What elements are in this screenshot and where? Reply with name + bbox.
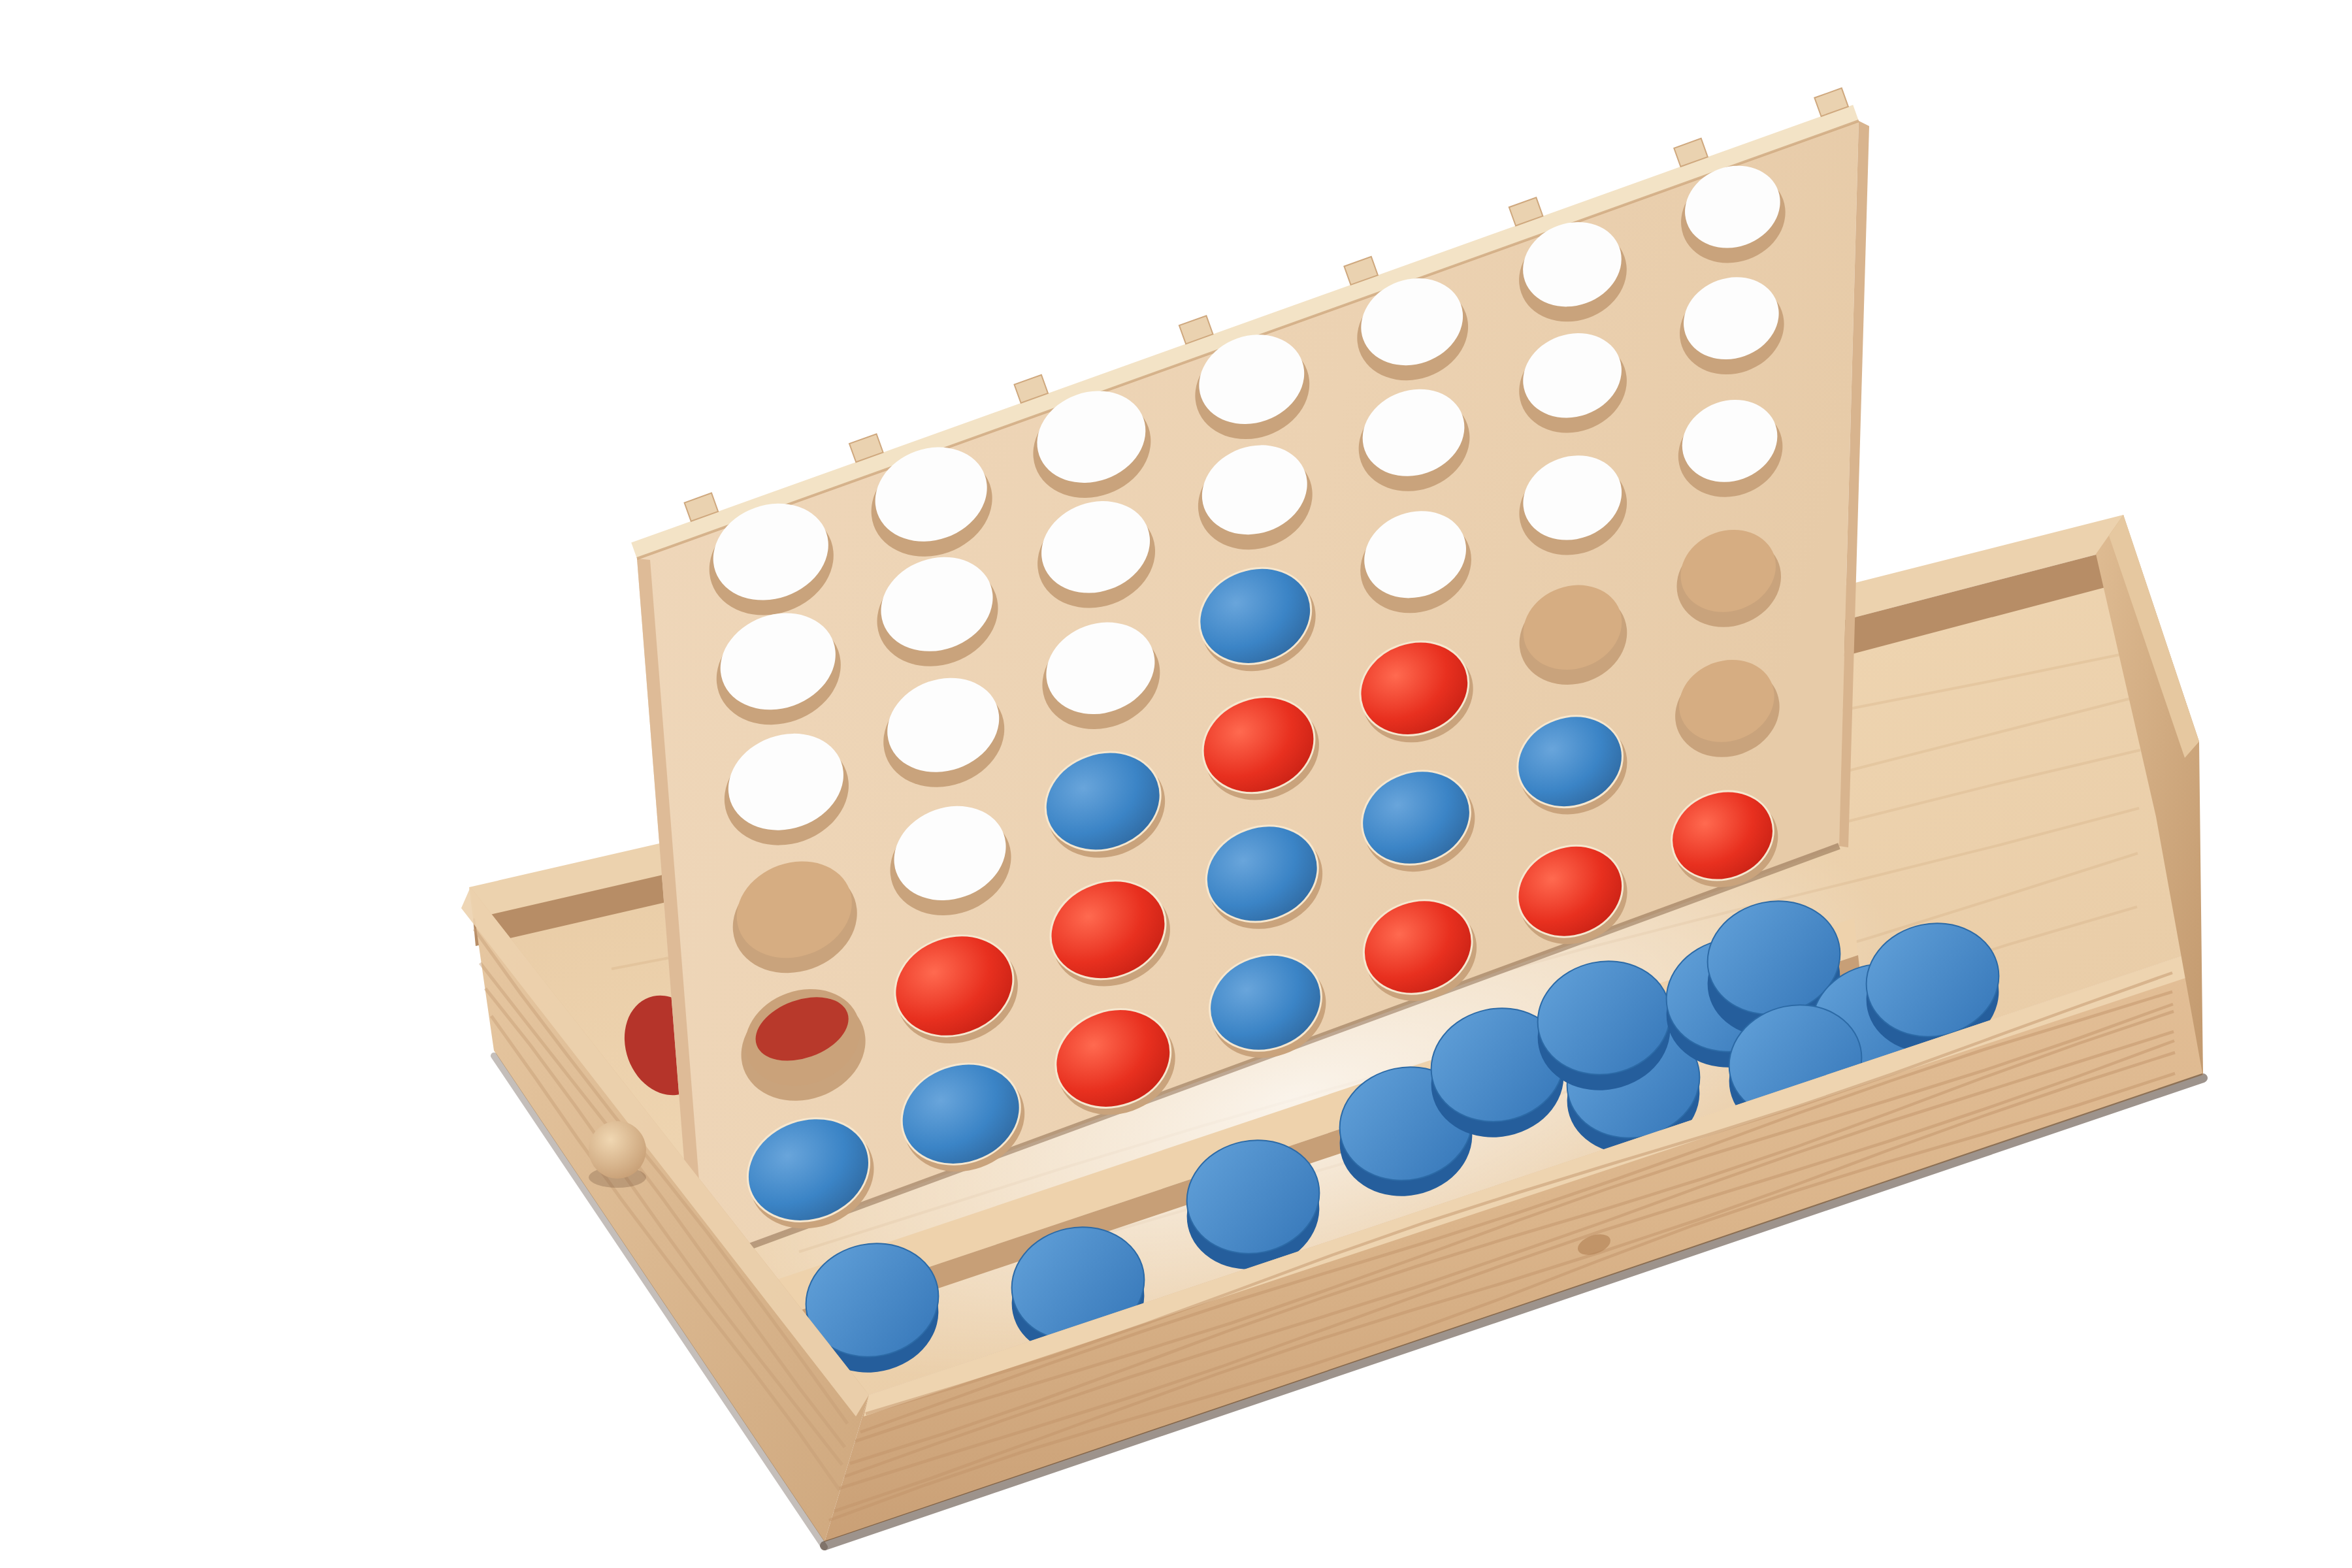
- photo-stage: [0, 0, 2352, 1568]
- connect-four-box-photo: [0, 0, 2352, 1568]
- wooden-knob: [589, 1121, 646, 1179]
